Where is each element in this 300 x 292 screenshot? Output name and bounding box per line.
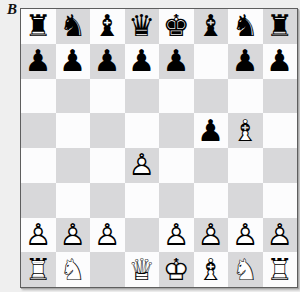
square-f5[interactable]: ♟ — [194, 113, 229, 148]
square-h6[interactable] — [263, 79, 298, 114]
white-piece-outline: ♔ — [163, 255, 190, 285]
square-e6[interactable] — [159, 79, 194, 114]
square-e1[interactable]: ♚♔ — [159, 252, 194, 287]
piece-white-pawn-f2[interactable]: ♟♙ — [194, 218, 229, 253]
square-d3[interactable] — [125, 183, 160, 218]
square-g4[interactable] — [228, 148, 263, 183]
piece-black-bishop-f8[interactable]: ♝ — [194, 9, 229, 44]
square-h4[interactable] — [263, 148, 298, 183]
piece-black-queen-d8[interactable]: ♛ — [125, 9, 160, 44]
square-c1[interactable] — [90, 252, 125, 287]
square-e7[interactable]: ♟ — [159, 44, 194, 79]
square-d2[interactable] — [125, 218, 160, 253]
square-e5[interactable] — [159, 113, 194, 148]
square-f7[interactable] — [194, 44, 229, 79]
piece-black-bishop-c8[interactable]: ♝ — [90, 9, 125, 44]
white-piece-outline: ♙ — [128, 150, 155, 180]
piece-white-rook-a1[interactable]: ♜♖ — [21, 252, 56, 287]
square-d7[interactable]: ♟ — [125, 44, 160, 79]
square-b6[interactable] — [56, 79, 91, 114]
piece-white-bishop-f1[interactable]: ♝♗ — [194, 252, 229, 287]
piece-white-bishop-g5[interactable]: ♝♗ — [228, 113, 263, 148]
square-b4[interactable] — [56, 148, 91, 183]
chess-board: ♜♞♝♛♚♝♞♜♟♟♟♟♟♟♟♟♝♗♟♙♟♙♟♙♟♙♟♙♟♙♟♙♟♙♜♖♞♘♛♕… — [20, 8, 298, 288]
square-g8[interactable]: ♞ — [228, 9, 263, 44]
square-g5[interactable]: ♝♗ — [228, 113, 263, 148]
piece-black-pawn-b7[interactable]: ♟ — [56, 44, 91, 79]
piece-white-knight-b1[interactable]: ♞♘ — [56, 252, 91, 287]
white-piece-outline: ♖ — [25, 255, 52, 285]
square-a1[interactable]: ♜♖ — [21, 252, 56, 287]
piece-white-pawn-e2[interactable]: ♟♙ — [159, 218, 194, 253]
square-a7[interactable]: ♟ — [21, 44, 56, 79]
square-d6[interactable] — [125, 79, 160, 114]
white-piece-outline: ♙ — [163, 220, 190, 250]
square-c5[interactable] — [90, 113, 125, 148]
white-piece-outline: ♕ — [128, 255, 155, 285]
square-c3[interactable] — [90, 183, 125, 218]
square-h2[interactable]: ♟♙ — [263, 218, 298, 253]
square-e2[interactable]: ♟♙ — [159, 218, 194, 253]
square-f1[interactable]: ♝♗ — [194, 252, 229, 287]
square-a4[interactable] — [21, 148, 56, 183]
square-a8[interactable]: ♜ — [21, 9, 56, 44]
piece-black-pawn-a7[interactable]: ♟ — [21, 44, 56, 79]
piece-black-pawn-d7[interactable]: ♟ — [125, 44, 160, 79]
piece-white-king-e1[interactable]: ♚♔ — [159, 252, 194, 287]
piece-black-rook-a8[interactable]: ♜ — [21, 9, 56, 44]
square-c7[interactable]: ♟ — [90, 44, 125, 79]
white-piece-outline: ♗ — [232, 116, 259, 146]
square-c4[interactable] — [90, 148, 125, 183]
square-g2[interactable]: ♟♙ — [228, 218, 263, 253]
piece-black-rook-h8[interactable]: ♜ — [263, 9, 298, 44]
piece-black-pawn-c7[interactable]: ♟ — [90, 44, 125, 79]
square-f4[interactable] — [194, 148, 229, 183]
piece-white-knight-g1[interactable]: ♞♘ — [228, 252, 263, 287]
square-g3[interactable] — [228, 183, 263, 218]
white-piece-outline: ♙ — [25, 220, 52, 250]
square-g6[interactable] — [228, 79, 263, 114]
square-c6[interactable] — [90, 79, 125, 114]
square-d5[interactable] — [125, 113, 160, 148]
square-h1[interactable]: ♜♖ — [263, 252, 298, 287]
piece-black-pawn-e7[interactable]: ♟ — [159, 44, 194, 79]
square-h5[interactable] — [263, 113, 298, 148]
square-e4[interactable] — [159, 148, 194, 183]
piece-black-knight-g8[interactable]: ♞ — [228, 9, 263, 44]
piece-white-pawn-g2[interactable]: ♟♙ — [228, 218, 263, 253]
piece-white-rook-h1[interactable]: ♜♖ — [263, 252, 298, 287]
square-a2[interactable]: ♟♙ — [21, 218, 56, 253]
piece-black-pawn-f5[interactable]: ♟ — [194, 113, 229, 148]
square-b7[interactable]: ♟ — [56, 44, 91, 79]
side-to-move-indicator: B — [7, 0, 17, 18]
square-e3[interactable] — [159, 183, 194, 218]
square-g7[interactable]: ♟ — [228, 44, 263, 79]
square-b2[interactable]: ♟♙ — [56, 218, 91, 253]
piece-white-queen-d1[interactable]: ♛♕ — [125, 252, 160, 287]
square-a5[interactable] — [21, 113, 56, 148]
white-piece-outline: ♙ — [94, 220, 121, 250]
square-c2[interactable]: ♟♙ — [90, 218, 125, 253]
chess-app-window: B ♜♞♝♛♚♝♞♜♟♟♟♟♟♟♟♟♝♗♟♙♟♙♟♙♟♙♟♙♟♙♟♙♟♙♜♖♞♘… — [0, 0, 300, 292]
square-h3[interactable] — [263, 183, 298, 218]
piece-black-pawn-g7[interactable]: ♟ — [228, 44, 263, 79]
white-piece-outline: ♘ — [232, 255, 259, 285]
square-d8[interactable]: ♛ — [125, 9, 160, 44]
square-c8[interactable]: ♝ — [90, 9, 125, 44]
square-b3[interactable] — [56, 183, 91, 218]
square-b1[interactable]: ♞♘ — [56, 252, 91, 287]
square-a3[interactable] — [21, 183, 56, 218]
white-piece-outline: ♗ — [197, 255, 224, 285]
piece-white-pawn-a2[interactable]: ♟♙ — [21, 218, 56, 253]
white-piece-outline: ♙ — [232, 220, 259, 250]
piece-white-pawn-h2[interactable]: ♟♙ — [263, 218, 298, 253]
square-d4[interactable]: ♟♙ — [125, 148, 160, 183]
square-b5[interactable] — [56, 113, 91, 148]
white-piece-outline: ♖ — [266, 255, 293, 285]
piece-white-pawn-b2[interactable]: ♟♙ — [56, 218, 91, 253]
white-piece-outline: ♙ — [197, 220, 224, 250]
white-piece-outline: ♙ — [59, 220, 86, 250]
square-h7[interactable]: ♟ — [263, 44, 298, 79]
square-f8[interactable]: ♝ — [194, 9, 229, 44]
square-a6[interactable] — [21, 79, 56, 114]
piece-black-king-e8[interactable]: ♚ — [159, 9, 194, 44]
square-f3[interactable] — [194, 183, 229, 218]
square-f2[interactable]: ♟♙ — [194, 218, 229, 253]
piece-black-pawn-h7[interactable]: ♟ — [263, 44, 298, 79]
square-g1[interactable]: ♞♘ — [228, 252, 263, 287]
square-h8[interactable]: ♜ — [263, 9, 298, 44]
piece-black-knight-b8[interactable]: ♞ — [56, 9, 91, 44]
piece-white-pawn-c2[interactable]: ♟♙ — [90, 218, 125, 253]
piece-white-pawn-d4[interactable]: ♟♙ — [125, 148, 160, 183]
square-d1[interactable]: ♛♕ — [125, 252, 160, 287]
white-piece-outline: ♘ — [59, 255, 86, 285]
square-f6[interactable] — [194, 79, 229, 114]
white-piece-outline: ♙ — [266, 220, 293, 250]
square-b8[interactable]: ♞ — [56, 9, 91, 44]
square-e8[interactable]: ♚ — [159, 9, 194, 44]
